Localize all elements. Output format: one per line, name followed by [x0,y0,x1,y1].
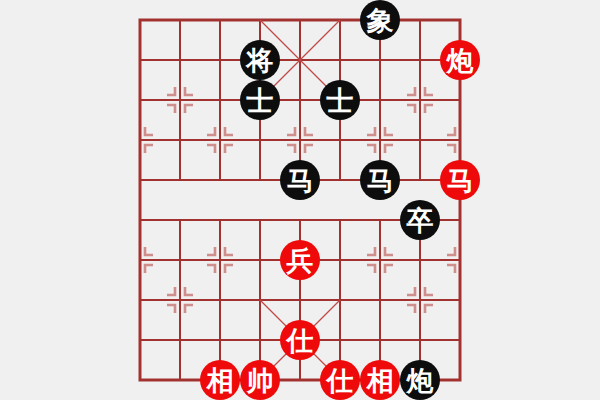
board-intersection[interactable] [440,240,480,280]
board-intersection[interactable] [200,200,240,240]
board-intersection[interactable]: 仕 [320,360,360,400]
board-intersection[interactable] [160,160,200,200]
board-intersection[interactable]: 卒 [400,200,440,240]
board-intersection[interactable]: 帅 [240,360,280,400]
board-intersection[interactable] [200,320,240,360]
board-intersection[interactable] [320,120,360,160]
board-intersection[interactable] [160,360,200,400]
board-intersection[interactable] [360,120,400,160]
board-intersection[interactable] [160,320,200,360]
board-intersection[interactable] [240,280,280,320]
board-intersection[interactable] [120,160,160,200]
board-intersection[interactable] [160,40,200,80]
board-intersection[interactable]: 相 [200,360,240,400]
board-intersection[interactable] [160,280,200,320]
board-intersection[interactable] [400,0,440,40]
board-intersection[interactable]: 炮 [400,360,440,400]
board-intersection[interactable] [440,80,480,120]
board-intersection[interactable]: 马 [360,160,400,200]
board-intersection[interactable] [240,240,280,280]
board-intersection[interactable] [200,160,240,200]
board-intersection[interactable] [400,240,440,280]
piece-red-cannon[interactable]: 炮 [440,40,480,80]
board-intersection[interactable] [240,160,280,200]
board-intersection[interactable] [360,280,400,320]
board-intersection[interactable] [360,40,400,80]
board-intersection[interactable] [240,0,280,40]
board-intersection[interactable]: 马 [280,160,320,200]
board-intersection[interactable]: 士 [240,80,280,120]
board-intersection[interactable] [440,200,480,240]
piece-black-soldier[interactable]: 卒 [400,200,440,240]
board-intersection[interactable] [200,240,240,280]
board-intersection[interactable] [280,40,320,80]
board-intersection[interactable] [120,240,160,280]
board-intersection[interactable]: 炮 [440,40,480,80]
board-intersection[interactable] [440,360,480,400]
board-intersection[interactable] [120,80,160,120]
piece-red-horse[interactable]: 马 [440,160,480,200]
board-intersection[interactable] [360,320,400,360]
piece-red-advisor[interactable]: 仕 [320,360,360,400]
board-intersection[interactable] [160,80,200,120]
board-intersection[interactable] [280,360,320,400]
board-intersection[interactable] [320,0,360,40]
board-intersection[interactable] [160,0,200,40]
board-intersection[interactable] [360,80,400,120]
board-intersection[interactable] [440,320,480,360]
board-intersection[interactable]: 仕 [280,320,320,360]
board-intersection[interactable] [400,280,440,320]
board-intersection[interactable] [440,120,480,160]
piece-black-cannon[interactable]: 炮 [400,360,440,400]
board-intersection[interactable] [400,320,440,360]
board-intersection[interactable] [360,240,400,280]
board-intersection[interactable] [280,120,320,160]
board-intersection[interactable] [200,0,240,40]
piece-red-general[interactable]: 帅 [240,360,280,400]
board-intersection[interactable]: 将 [240,40,280,80]
board-intersection[interactable] [120,320,160,360]
board-intersection[interactable] [400,80,440,120]
board-intersection[interactable] [280,0,320,40]
board-intersection[interactable] [240,120,280,160]
piece-red-elephant[interactable]: 相 [200,360,240,400]
board-intersection[interactable] [160,200,200,240]
board-intersection[interactable]: 兵 [280,240,320,280]
board-intersection[interactable] [440,0,480,40]
board-intersection[interactable] [280,280,320,320]
board-intersection[interactable] [200,120,240,160]
board-intersection[interactable] [400,40,440,80]
piece-black-horse[interactable]: 马 [280,160,320,200]
piece-black-advisor[interactable]: 士 [320,80,360,120]
board-intersection[interactable]: 士 [320,80,360,120]
board-intersection[interactable]: 马 [440,160,480,200]
board-intersection[interactable] [440,280,480,320]
board-intersection[interactable] [320,200,360,240]
board-intersection[interactable]: 象 [360,0,400,40]
board-intersection[interactable] [320,240,360,280]
board-intersection[interactable] [320,40,360,80]
board-intersection[interactable] [240,200,280,240]
board-intersection[interactable] [200,40,240,80]
board-intersection[interactable] [320,160,360,200]
piece-red-soldier[interactable]: 兵 [280,240,320,280]
board-intersection[interactable] [320,320,360,360]
board-intersection[interactable]: 相 [360,360,400,400]
piece-black-elephant[interactable]: 象 [360,0,400,40]
board-intersection[interactable] [120,40,160,80]
board-intersection[interactable] [240,320,280,360]
board-grid: 象将炮士士马马马卒兵仕相帅仕相炮 [120,0,480,400]
board-intersection[interactable] [400,160,440,200]
board-intersection[interactable] [360,200,400,240]
board-intersection[interactable] [120,200,160,240]
piece-black-general[interactable]: 将 [240,40,280,80]
piece-red-elephant[interactable]: 相 [360,360,400,400]
board-intersection[interactable] [160,120,200,160]
board-intersection[interactable] [120,0,160,40]
piece-black-horse[interactable]: 马 [360,160,400,200]
xiangqi-board: 象将炮士士马马马卒兵仕相帅仕相炮 [120,0,480,400]
board-intersection[interactable] [200,280,240,320]
board-intersection[interactable] [120,120,160,160]
board-intersection[interactable] [320,280,360,320]
piece-black-advisor[interactable]: 士 [240,80,280,120]
board-intersection[interactable] [280,80,320,120]
piece-red-advisor[interactable]: 仕 [280,320,320,360]
board-intersection[interactable] [200,80,240,120]
board-intersection[interactable] [400,120,440,160]
board-intersection[interactable] [120,360,160,400]
board-intersection[interactable] [160,240,200,280]
board-intersection[interactable] [280,200,320,240]
board-intersection[interactable] [120,280,160,320]
